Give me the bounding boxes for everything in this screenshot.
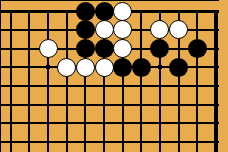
black-stone [76, 20, 95, 39]
white-stone [95, 58, 114, 77]
black-stone [76, 2, 95, 21]
grid-line-vertical [47, 10, 49, 152]
black-stone [76, 39, 95, 58]
black-stone [95, 2, 114, 21]
white-stone [150, 20, 169, 39]
white-stone [169, 20, 188, 39]
white-stone [113, 39, 132, 58]
diagram-border-left [0, 0, 1, 152]
white-stone [39, 39, 58, 58]
black-stone [132, 58, 151, 77]
black-stone [150, 39, 169, 58]
diagram-border-top [0, 0, 219, 1]
grid-line-vertical [28, 10, 30, 152]
grid-line-horizontal [0, 122, 219, 124]
grid-line-horizontal [0, 85, 219, 87]
black-stone [113, 58, 132, 77]
white-stone [113, 20, 132, 39]
grid-line-vertical [66, 10, 68, 152]
grid-line-vertical [10, 10, 12, 152]
star-point [46, 65, 50, 69]
grid-line-horizontal [0, 104, 219, 106]
grid-line-vertical [196, 10, 198, 152]
grid-line-vertical [140, 10, 142, 152]
go-board[interactable] [0, 0, 228, 152]
go-board-diagram [0, 0, 228, 152]
white-stone [57, 58, 76, 77]
star-point [158, 65, 162, 69]
white-stone [76, 58, 95, 77]
board-edge-right [214, 10, 218, 152]
grid-line-horizontal [0, 141, 219, 143]
black-stone [95, 39, 114, 58]
white-stone [113, 2, 132, 21]
black-stone [169, 58, 188, 77]
white-stone [95, 20, 114, 39]
black-stone [188, 39, 207, 58]
